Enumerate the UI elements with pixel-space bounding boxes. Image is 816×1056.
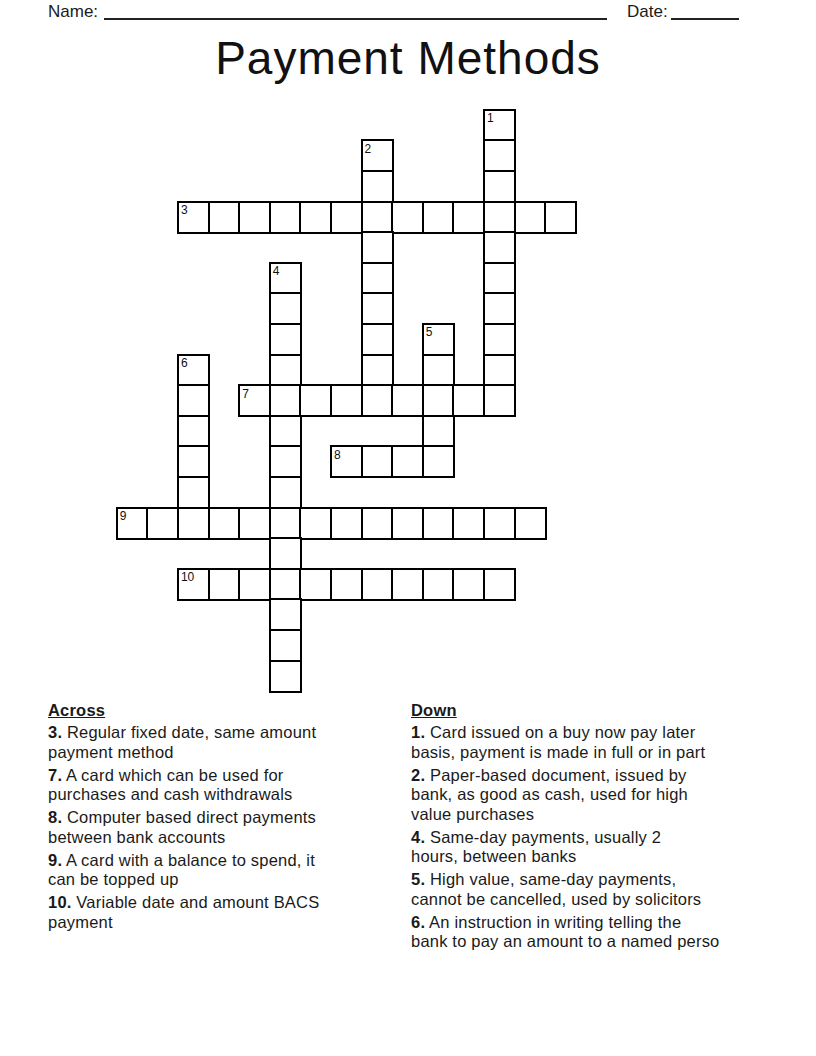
grid-cell-r8c10[interactable] [422,354,455,387]
across-clue-10: 10. Variable date and amount BACSpayment [48,893,372,932]
cell-number-7: 7 [242,388,249,400]
grid-cell-r13c4[interactable] [238,507,271,540]
down-clue-5: 5. High value, same-day payments,cannot … [411,870,767,909]
cell-number-8: 8 [334,449,341,461]
grid-cell-r15c12[interactable] [483,568,516,601]
grid-cell-r7c5[interactable] [269,323,302,356]
grid-cell-r3c6[interactable] [299,201,332,234]
clue-number: 9. [48,851,62,869]
grid-cell-r13c7[interactable] [330,507,363,540]
grid-cell-r3c7[interactable] [330,201,363,234]
grid-cell-r10c5[interactable] [269,415,302,448]
grid-cell-r13c2[interactable] [177,507,210,540]
grid-cell-r10c10[interactable] [422,415,455,448]
grid-cell-r9c6[interactable] [299,384,332,417]
grid-cell-r15c3[interactable] [208,568,241,601]
cell-number-5: 5 [426,326,433,338]
across-clue-3: 3. Regular fixed date, same amountpaymen… [48,723,372,762]
grid-cell-r15c10[interactable] [422,568,455,601]
grid-cell-r12c5[interactable] [269,476,302,509]
grid-cell-r11c8[interactable] [361,445,394,478]
grid-cell-r18c5[interactable] [269,660,302,693]
grid-cell-r15c11[interactable] [452,568,485,601]
grid-cell-r4c8[interactable] [361,231,394,264]
across-clue-9: 9. A card with a balance to spend, itcan… [48,851,372,890]
grid-cell-r6c12[interactable] [483,292,516,325]
cell-number-1: 1 [487,112,494,124]
name-blank-line [104,1,607,20]
grid-cell-r8c5[interactable] [269,354,302,387]
down-clue-6: 6. An instruction in writing telling the… [411,913,767,952]
grid-cell-r9c10[interactable] [422,384,455,417]
grid-cell-r3c14[interactable] [544,201,577,234]
grid-cell-r3c13[interactable] [514,201,547,234]
grid-cell-r3c5[interactable] [269,201,302,234]
grid-cell-r9c12[interactable] [483,384,516,417]
grid-cell-r3c3[interactable] [208,201,241,234]
clue-number: 1. [411,723,425,741]
across-clue-7: 7. A card which can be used forpurchases… [48,766,372,805]
grid-cell-r14c5[interactable] [269,537,302,570]
grid-cell-r15c4[interactable] [238,568,271,601]
grid-cell-r9c11[interactable] [452,384,485,417]
grid-cell-r5c12[interactable] [483,262,516,295]
grid-cell-r4c12[interactable] [483,231,516,264]
down-heading: Down [411,700,767,720]
crossword-worksheet: Name: Date: Payment Methods 12345678910 … [0,0,816,1056]
grid-cell-r1c12[interactable] [483,139,516,172]
grid-cell-r5c8[interactable] [361,262,394,295]
down-clues-column: Down 1. Card issued on a buy now pay lat… [411,700,767,955]
grid-cell-r13c13[interactable] [514,507,547,540]
down-clue-4: 4. Same-day payments, usually 2hours, be… [411,828,767,867]
grid-cell-r13c6[interactable] [299,507,332,540]
grid-cell-r9c8[interactable] [361,384,394,417]
down-clue-1: 1. Card issued on a buy now pay laterbas… [411,723,767,762]
grid-cell-r3c9[interactable] [391,201,424,234]
grid-cell-r6c5[interactable] [269,292,302,325]
name-label: Name: [48,2,98,22]
grid-cell-r3c12[interactable] [483,201,516,234]
date-blank-line [671,1,739,20]
grid-cell-r15c8[interactable] [361,568,394,601]
cell-number-9: 9 [120,510,127,522]
cell-number-3: 3 [181,204,188,216]
clue-number: 5. [411,870,425,888]
grid-cell-r11c10[interactable] [422,445,455,478]
crossword-grid: 12345678910 [117,110,576,691]
puzzle-title: Payment Methods [0,31,816,85]
cell-number-4: 4 [273,265,280,277]
grid-cell-r3c10[interactable] [422,201,455,234]
grid-cell-r16c5[interactable] [269,598,302,631]
grid-cell-r17c5[interactable] [269,629,302,662]
clue-number: 3. [48,723,62,741]
clue-number: 6. [411,913,425,931]
grid-cell-r15c5[interactable] [269,568,302,601]
grid-cell-r13c3[interactable] [208,507,241,540]
grid-cell-r2c12[interactable] [483,170,516,203]
grid-cell-r9c2[interactable] [177,384,210,417]
clue-number: 7. [48,766,62,784]
grid-cell-r13c12[interactable] [483,507,516,540]
grid-cell-r11c5[interactable] [269,445,302,478]
grid-cell-r3c8[interactable] [361,201,394,234]
cell-number-10: 10 [181,571,194,583]
across-clues-column: Across 3. Regular fixed date, same amoun… [48,700,372,936]
grid-cell-r13c10[interactable] [422,507,455,540]
cell-number-2: 2 [365,143,372,155]
grid-cell-r9c7[interactable] [330,384,363,417]
grid-cell-r9c9[interactable] [391,384,424,417]
grid-cell-r13c9[interactable] [391,507,424,540]
grid-cell-r15c7[interactable] [330,568,363,601]
grid-cell-r9c5[interactable] [269,384,302,417]
grid-cell-r7c8[interactable] [361,323,394,356]
grid-cell-r13c5[interactable] [269,507,302,540]
grid-cell-r15c6[interactable] [299,568,332,601]
grid-cell-r8c8[interactable] [361,354,394,387]
grid-cell-r13c11[interactable] [452,507,485,540]
across-clue-8: 8. Computer based direct paymentsbetween… [48,808,372,847]
grid-cell-r2c8[interactable] [361,170,394,203]
grid-cell-r15c9[interactable] [391,568,424,601]
grid-cell-r13c1[interactable] [146,507,179,540]
grid-cell-r13c8[interactable] [361,507,394,540]
grid-cell-r3c4[interactable] [238,201,271,234]
grid-cell-r10c2[interactable] [177,415,210,448]
clue-number: 4. [411,828,425,846]
grid-cell-r11c2[interactable] [177,445,210,478]
cell-number-6: 6 [181,357,188,369]
clue-number: 8. [48,808,62,826]
clue-number: 10. [48,893,72,911]
grid-cell-r8c12[interactable] [483,354,516,387]
clue-number: 2. [411,766,425,784]
across-heading: Across [48,700,372,720]
grid-cell-r3c11[interactable] [452,201,485,234]
grid-cell-r6c8[interactable] [361,292,394,325]
grid-cell-r11c9[interactable] [391,445,424,478]
grid-cell-r12c2[interactable] [177,476,210,509]
date-label: Date: [627,2,668,22]
down-clue-2: 2. Paper-based document, issued bybank, … [411,766,767,825]
grid-cell-r7c12[interactable] [483,323,516,356]
